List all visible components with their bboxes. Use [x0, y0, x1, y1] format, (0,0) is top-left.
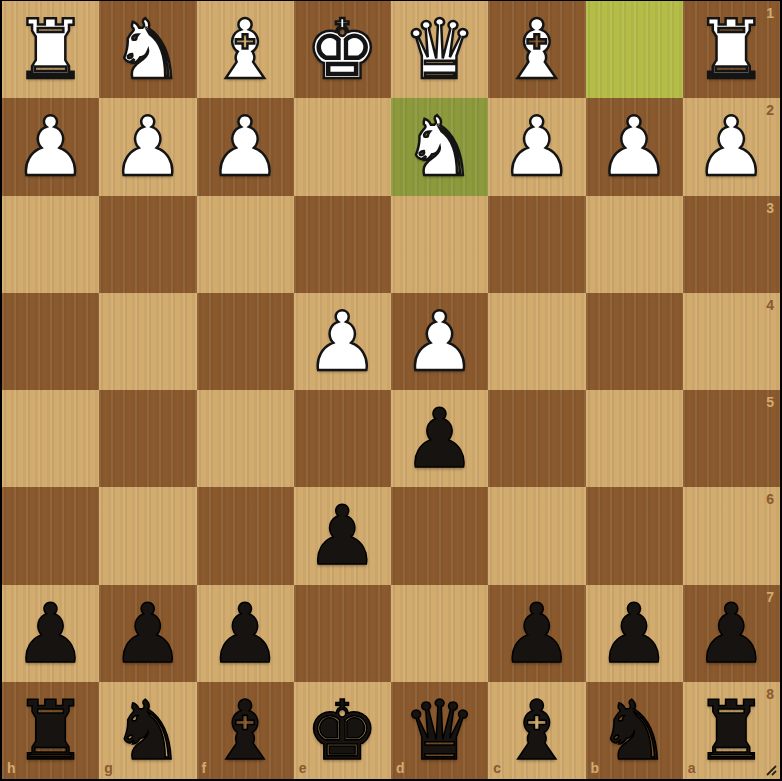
white-queen-piece[interactable]: ♛ [403, 1, 477, 98]
board-container: ♜♞♝♚♛♝1♜♟♟♟♞♟♟2♟3♟♟4♟5♟6♟♟♟♟♟7♟h♜g♞f♝e♚d… [2, 1, 780, 779]
black-pawn-piece[interactable]: ♟ [597, 585, 671, 682]
square-d1[interactable]: ♛ [391, 1, 488, 98]
square-d7[interactable] [391, 585, 488, 682]
square-c6[interactable] [488, 487, 585, 584]
square-c1[interactable]: ♝ [488, 1, 585, 98]
square-d4[interactable]: ♟ [391, 293, 488, 390]
board-resize-handle[interactable] [761, 760, 777, 776]
rank-label-6: 6 [766, 491, 774, 507]
square-g4[interactable] [99, 293, 196, 390]
square-h5[interactable] [2, 390, 99, 487]
white-knight-piece[interactable]: ♞ [111, 1, 185, 98]
square-g5[interactable] [99, 390, 196, 487]
black-pawn-piece[interactable]: ♟ [14, 585, 88, 682]
square-e2[interactable] [294, 98, 391, 195]
square-e7[interactable] [294, 585, 391, 682]
white-bishop-piece[interactable]: ♝ [208, 1, 282, 98]
square-d8[interactable]: d♛ [391, 682, 488, 779]
square-e5[interactable] [294, 390, 391, 487]
square-g2[interactable]: ♟ [99, 98, 196, 195]
black-pawn-piece[interactable]: ♟ [111, 585, 185, 682]
square-h3[interactable] [2, 196, 99, 293]
square-b2[interactable]: ♟ [586, 98, 683, 195]
black-queen-piece[interactable]: ♛ [403, 682, 477, 779]
white-pawn-piece[interactable]: ♟ [111, 98, 185, 195]
square-a5[interactable]: 5 [683, 390, 780, 487]
black-knight-piece[interactable]: ♞ [111, 682, 185, 779]
square-a3[interactable]: 3 [683, 196, 780, 293]
black-bishop-piece[interactable]: ♝ [500, 682, 574, 779]
white-pawn-piece[interactable]: ♟ [695, 98, 769, 195]
black-pawn-piece[interactable]: ♟ [695, 585, 769, 682]
white-pawn-piece[interactable]: ♟ [500, 98, 574, 195]
square-h2[interactable]: ♟ [2, 98, 99, 195]
black-king-piece[interactable]: ♚ [306, 682, 380, 779]
white-king-piece[interactable]: ♚ [306, 1, 380, 98]
white-rook-piece[interactable]: ♜ [14, 1, 88, 98]
square-b4[interactable] [586, 293, 683, 390]
square-d6[interactable] [391, 487, 488, 584]
square-a2[interactable]: 2♟ [683, 98, 780, 195]
chess-board: ♜♞♝♚♛♝1♜♟♟♟♞♟♟2♟3♟♟4♟5♟6♟♟♟♟♟7♟h♜g♞f♝e♚d… [2, 1, 780, 779]
white-pawn-piece[interactable]: ♟ [208, 98, 282, 195]
square-h6[interactable] [2, 487, 99, 584]
white-bishop-piece[interactable]: ♝ [500, 1, 574, 98]
black-pawn-piece[interactable]: ♟ [403, 390, 477, 487]
square-a1[interactable]: 1♜ [683, 1, 780, 98]
square-d2[interactable]: ♞ [391, 98, 488, 195]
rank-label-3: 3 [766, 200, 774, 216]
black-rook-piece[interactable]: ♜ [695, 682, 769, 779]
white-pawn-piece[interactable]: ♟ [14, 98, 88, 195]
square-b3[interactable] [586, 196, 683, 293]
black-pawn-piece[interactable]: ♟ [500, 585, 574, 682]
square-c4[interactable] [488, 293, 585, 390]
square-c8[interactable]: c♝ [488, 682, 585, 779]
square-e4[interactable]: ♟ [294, 293, 391, 390]
black-pawn-piece[interactable]: ♟ [306, 487, 380, 584]
square-f6[interactable] [197, 487, 294, 584]
square-e8[interactable]: e♚ [294, 682, 391, 779]
square-f7[interactable]: ♟ [197, 585, 294, 682]
white-knight-piece[interactable]: ♞ [403, 98, 477, 195]
square-c7[interactable]: ♟ [488, 585, 585, 682]
square-d5[interactable]: ♟ [391, 390, 488, 487]
square-g8[interactable]: g♞ [99, 682, 196, 779]
black-pawn-piece[interactable]: ♟ [208, 585, 282, 682]
square-c2[interactable]: ♟ [488, 98, 585, 195]
square-a6[interactable]: 6 [683, 487, 780, 584]
white-pawn-piece[interactable]: ♟ [306, 293, 380, 390]
white-pawn-piece[interactable]: ♟ [403, 293, 477, 390]
square-b7[interactable]: ♟ [586, 585, 683, 682]
rank-label-4: 4 [766, 297, 774, 313]
square-a7[interactable]: 7♟ [683, 585, 780, 682]
square-c5[interactable] [488, 390, 585, 487]
black-bishop-piece[interactable]: ♝ [208, 682, 282, 779]
square-b5[interactable] [586, 390, 683, 487]
square-f2[interactable]: ♟ [197, 98, 294, 195]
file-label-f: f [202, 760, 207, 776]
square-b1[interactable] [586, 1, 683, 98]
rank-label-5: 5 [766, 394, 774, 410]
square-b6[interactable] [586, 487, 683, 584]
square-f8[interactable]: f♝ [197, 682, 294, 779]
square-g6[interactable] [99, 487, 196, 584]
square-c3[interactable] [488, 196, 585, 293]
square-a4[interactable]: 4 [683, 293, 780, 390]
square-g1[interactable]: ♞ [99, 1, 196, 98]
square-g7[interactable]: ♟ [99, 585, 196, 682]
white-rook-piece[interactable]: ♜ [695, 1, 769, 98]
white-pawn-piece[interactable]: ♟ [597, 98, 671, 195]
square-e6[interactable]: ♟ [294, 487, 391, 584]
square-d3[interactable] [391, 196, 488, 293]
black-rook-piece[interactable]: ♜ [14, 682, 88, 779]
square-e3[interactable] [294, 196, 391, 293]
black-knight-piece[interactable]: ♞ [597, 682, 671, 779]
square-f3[interactable] [197, 196, 294, 293]
square-e1[interactable]: ♚ [294, 1, 391, 98]
square-h4[interactable] [2, 293, 99, 390]
square-g3[interactable] [99, 196, 196, 293]
square-f4[interactable] [197, 293, 294, 390]
square-f5[interactable] [197, 390, 294, 487]
square-h1[interactable]: ♜ [2, 1, 99, 98]
square-f1[interactable]: ♝ [197, 1, 294, 98]
square-h7[interactable]: ♟ [2, 585, 99, 682]
square-b8[interactable]: b♞ [586, 682, 683, 779]
square-h8[interactable]: h♜ [2, 682, 99, 779]
